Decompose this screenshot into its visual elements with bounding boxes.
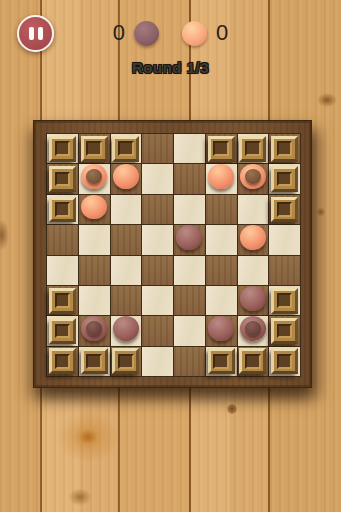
board-cell[interactable] [174, 195, 205, 224]
wood-background: 0 0 Round 1/3 [0, 0, 341, 512]
board-cell[interactable] [142, 256, 173, 285]
box-socket [49, 318, 76, 344]
socket-hole [55, 172, 71, 187]
box-socket [208, 136, 235, 162]
stacked-top-piece [86, 169, 102, 184]
box-socket [49, 197, 76, 223]
board-cell[interactable] [269, 134, 300, 163]
board-cell[interactable] [269, 225, 300, 254]
board-cell[interactable] [47, 134, 78, 163]
peach-piece-stacked[interactable] [81, 164, 107, 189]
board-cell[interactable] [206, 256, 237, 285]
board-cell[interactable] [174, 347, 205, 376]
box-socket [112, 348, 139, 374]
board-cell[interactable] [142, 195, 173, 224]
dark-piece[interactable] [176, 225, 202, 250]
box-socket [271, 136, 298, 162]
box-socket [49, 348, 76, 374]
board-grid [46, 133, 301, 377]
board-cell[interactable] [79, 256, 110, 285]
board-cell[interactable] [47, 347, 78, 376]
board-cell[interactable] [238, 256, 269, 285]
board-cell[interactable] [111, 134, 142, 163]
peach-piece[interactable] [240, 225, 266, 250]
board-cell[interactable] [111, 256, 142, 285]
socket-hole [277, 141, 293, 156]
board-cell[interactable] [174, 316, 205, 345]
board-cell[interactable] [111, 195, 142, 224]
board-cell[interactable] [79, 286, 110, 315]
stacked-top-piece [245, 321, 261, 336]
board-cell[interactable] [238, 225, 269, 254]
dark-piece-stacked[interactable] [81, 316, 107, 341]
socket-hole [277, 202, 293, 217]
peach-piece[interactable] [81, 195, 107, 220]
board-cell[interactable] [111, 164, 142, 193]
socket-hole [245, 141, 261, 156]
board-cell[interactable] [238, 347, 269, 376]
socket-hole [213, 141, 229, 156]
board-cell[interactable] [206, 286, 237, 315]
board-cell[interactable] [206, 134, 237, 163]
board-cell[interactable] [269, 256, 300, 285]
board-cell[interactable] [142, 225, 173, 254]
board-cell[interactable] [174, 225, 205, 254]
board-cell[interactable] [142, 134, 173, 163]
peach-piece[interactable] [113, 164, 139, 189]
stacked-top-piece [245, 169, 261, 184]
board-cell[interactable] [111, 286, 142, 315]
board-cell[interactable] [206, 225, 237, 254]
board-cell[interactable] [174, 164, 205, 193]
socket-hole [55, 324, 71, 339]
dark-piece[interactable] [113, 316, 139, 341]
box-socket [49, 166, 76, 192]
box-socket [112, 136, 139, 162]
board-cell[interactable] [47, 256, 78, 285]
board-cell[interactable] [79, 316, 110, 345]
board-cell[interactable] [79, 134, 110, 163]
dark-piece[interactable] [208, 316, 234, 341]
socket-hole [277, 172, 293, 187]
socket-hole [277, 354, 293, 369]
board-cell[interactable] [269, 164, 300, 193]
box-socket [49, 136, 76, 162]
box-socket [81, 348, 108, 374]
socket-hole [55, 354, 71, 369]
socket-hole [277, 293, 293, 308]
socket-hole [277, 324, 293, 339]
box-socket [239, 348, 266, 374]
board-cell[interactable] [206, 347, 237, 376]
peach-piece[interactable] [208, 164, 234, 189]
stacked-top-piece [86, 321, 102, 336]
board-cell[interactable] [206, 316, 237, 345]
board-cell[interactable] [142, 316, 173, 345]
board-cell[interactable] [111, 225, 142, 254]
board-cell[interactable] [269, 286, 300, 315]
board-cell[interactable] [269, 347, 300, 376]
board-cell[interactable] [174, 286, 205, 315]
board-cell[interactable] [206, 195, 237, 224]
socket-hole [86, 354, 102, 369]
socket-hole [118, 141, 134, 156]
round-indicator: Round 1/3 [0, 59, 341, 76]
board-cell[interactable] [238, 286, 269, 315]
socket-hole [118, 354, 134, 369]
board-cell[interactable] [47, 286, 78, 315]
board-cell[interactable] [206, 164, 237, 193]
box-socket [49, 288, 76, 314]
box-socket [271, 197, 298, 223]
board-cell[interactable] [47, 316, 78, 345]
socket-hole [86, 141, 102, 156]
socket-hole [55, 293, 71, 308]
board-cell[interactable] [79, 225, 110, 254]
peach-piece-stacked[interactable] [240, 164, 266, 189]
dark-piece-stacked[interactable] [240, 316, 266, 341]
board-cell[interactable] [47, 164, 78, 193]
board-cell[interactable] [238, 164, 269, 193]
box-socket [239, 136, 266, 162]
peach-player-score: 0 [216, 22, 228, 44]
board-cell[interactable] [47, 195, 78, 224]
game-board [33, 120, 312, 388]
board-cell[interactable] [111, 316, 142, 345]
board-cell[interactable] [238, 134, 269, 163]
socket-hole [55, 202, 71, 217]
dark-piece[interactable] [240, 286, 266, 311]
box-socket [271, 318, 298, 344]
box-socket [271, 348, 298, 374]
score-bar: 0 0 [0, 16, 341, 50]
board-cell[interactable] [79, 195, 110, 224]
socket-hole [55, 141, 71, 156]
board-cell[interactable] [142, 347, 173, 376]
socket-hole [245, 354, 261, 369]
peach-player-piece-icon [182, 21, 207, 46]
box-socket [271, 166, 298, 192]
socket-hole [213, 354, 229, 369]
board-cell[interactable] [269, 195, 300, 224]
board-cell[interactable] [111, 347, 142, 376]
dark-player-piece-icon [134, 21, 159, 46]
board-cell[interactable] [238, 195, 269, 224]
board-cell[interactable] [79, 347, 110, 376]
board-cell[interactable] [174, 256, 205, 285]
board-cell[interactable] [174, 134, 205, 163]
box-socket [81, 136, 108, 162]
dark-player-score: 0 [113, 22, 125, 44]
box-socket [271, 288, 298, 314]
board-cell[interactable] [142, 164, 173, 193]
board-cell[interactable] [142, 286, 173, 315]
board-cell[interactable] [79, 164, 110, 193]
board-cell[interactable] [238, 316, 269, 345]
board-cell[interactable] [47, 225, 78, 254]
board-cell[interactable] [269, 316, 300, 345]
box-socket [208, 348, 235, 374]
